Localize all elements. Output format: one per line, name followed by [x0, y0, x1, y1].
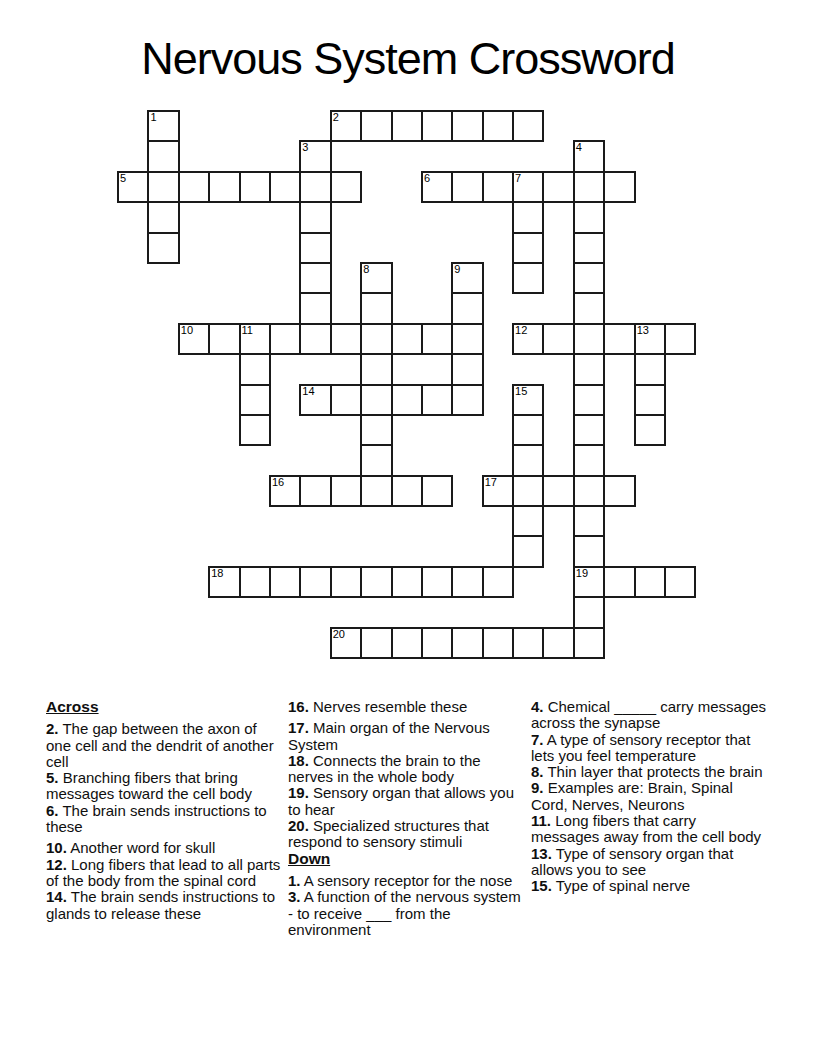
- grid-cell-r15c5[interactable]: [270, 567, 300, 597]
- grid-cell-r0c12[interactable]: [483, 111, 513, 141]
- grid-cell-r2c2[interactable]: [179, 172, 209, 202]
- grid-cell-r2c7[interactable]: [331, 172, 361, 202]
- clue-across-5-text: Branching fibers that bring messages tow…: [46, 769, 252, 802]
- clue-across-20-number: 20.: [288, 817, 309, 834]
- grid-cell-r7c3[interactable]: [209, 324, 239, 354]
- grid-cell-r2c13[interactable]: 7: [513, 172, 543, 202]
- clue-down-9-text: Examples are: Brain, Spinal Cord, Nerves…: [531, 779, 733, 812]
- grid-cell-r4c15[interactable]: [574, 233, 604, 263]
- grid-cell-r12c9[interactable]: [392, 476, 422, 506]
- grid-cell-r0c1[interactable]: 1: [148, 111, 178, 141]
- clue-down-3: 3. A function of the nervous system - to…: [288, 889, 524, 938]
- grid-cell-r1c15[interactable]: 4: [574, 141, 604, 171]
- clue-across-5-number: 5.: [46, 769, 59, 786]
- clue-down-11: 11. Long fibers that carry messages away…: [531, 813, 767, 846]
- grid-cell-r2c4[interactable]: [240, 172, 270, 202]
- grid-cell-r1c6[interactable]: 3: [300, 141, 330, 171]
- clue-number-5: 5: [120, 172, 126, 184]
- clue-across-6-text: The brain sends instructions to these: [46, 802, 267, 835]
- grid-cell-r0c7[interactable]: 2: [331, 111, 361, 141]
- clue-number-20: 20: [333, 628, 345, 640]
- clue-down-13-number: 13.: [531, 845, 552, 862]
- grid-cell-r15c9[interactable]: [392, 567, 422, 597]
- grid-cell-r10c8[interactable]: [361, 415, 391, 445]
- clue-down-15-text: Type of spinal nerve: [552, 877, 690, 894]
- grid-cell-r15c4[interactable]: [240, 567, 270, 597]
- grid-cell-r15c8[interactable]: [361, 567, 391, 597]
- grid-cell-r9c4[interactable]: [240, 385, 270, 415]
- grid-cell-r2c10[interactable]: 6: [422, 172, 452, 202]
- grid-cell-r7c16[interactable]: [604, 324, 634, 354]
- grid-cell-r7c15[interactable]: [574, 324, 604, 354]
- clue-across-12-number: 12.: [46, 856, 67, 873]
- grid-cell-r10c4[interactable]: [240, 415, 270, 445]
- grid-cell-r7c10[interactable]: [422, 324, 452, 354]
- clue-number-1: 1: [150, 111, 156, 123]
- grid-cell-r6c8[interactable]: [361, 293, 391, 323]
- clue-number-14: 14: [302, 385, 314, 397]
- grid-cell-r0c8[interactable]: [361, 111, 391, 141]
- grid-cell-r15c18[interactable]: [665, 567, 695, 597]
- grid-cell-r2c1[interactable]: [148, 172, 178, 202]
- clues-column-1: Across2. The gap between the axon of one…: [46, 699, 282, 922]
- grid-cell-r9c13[interactable]: 15: [513, 385, 543, 415]
- clue-across-18-number: 18.: [288, 752, 309, 769]
- clue-across-6: 6. The brain sends instructions to these: [46, 803, 282, 836]
- clue-across-14-text: The brain sends instructions to glands t…: [46, 888, 275, 921]
- clue-down-13-text: Type of sensory organ that allows you to…: [531, 845, 733, 878]
- grid-cell-r2c5[interactable]: [270, 172, 300, 202]
- clue-across-14: 14. The brain sends instructions to glan…: [46, 889, 282, 922]
- clue-across-19-text: Sensory organ that allows you to hear: [288, 784, 514, 817]
- grid-cell-r2c6[interactable]: [300, 172, 330, 202]
- grid-cell-r2c12[interactable]: [483, 172, 513, 202]
- grid-cell-r2c3[interactable]: [209, 172, 239, 202]
- grid-cell-r17c7[interactable]: 20: [331, 628, 361, 658]
- worksheet-page: Nervous System Crossword 123456789101112…: [0, 0, 816, 1056]
- clue-down-11-number: 11.: [531, 812, 551, 829]
- grid-cell-r9c10[interactable]: [422, 385, 452, 415]
- grid-cell-r8c15[interactable]: [574, 354, 604, 384]
- grid-cell-r17c9[interactable]: [392, 628, 422, 658]
- grid-cell-r9c11[interactable]: [452, 385, 482, 415]
- grid-cell-r8c17[interactable]: [635, 354, 665, 384]
- grid-cell-r17c8[interactable]: [361, 628, 391, 658]
- across-header: Across: [46, 699, 282, 715]
- grid-cell-r16c15[interactable]: [574, 597, 604, 627]
- grid-cell-r12c15[interactable]: [574, 476, 604, 506]
- clue-down-3-text: A function of the nervous system - to re…: [288, 888, 521, 938]
- grid-cell-r3c1[interactable]: [148, 202, 178, 232]
- clue-down-7: 7. A type of sensory receptor that lets …: [531, 732, 767, 765]
- grid-cell-r6c6[interactable]: [300, 293, 330, 323]
- grid-cell-r17c13[interactable]: [513, 628, 543, 658]
- clue-down-4-text: Chemical _____ carry messages across the…: [531, 698, 766, 731]
- clue-number-18: 18: [211, 567, 223, 579]
- clue-number-10: 10: [181, 324, 193, 336]
- clue-across-12: 12. Long fibers that lead to all parts o…: [46, 857, 282, 890]
- clue-number-6: 6: [424, 172, 430, 184]
- clues-column-2: 16. Nerves resemble these17. Main organ …: [288, 699, 524, 938]
- clue-number-9: 9: [454, 263, 460, 275]
- grid-cell-r12c13[interactable]: [513, 476, 543, 506]
- clue-across-20: 20. Specialized structures that respond …: [288, 818, 524, 851]
- grid-cell-r15c11[interactable]: [452, 567, 482, 597]
- grid-cell-r10c15[interactable]: [574, 415, 604, 445]
- clue-number-3: 3: [302, 141, 308, 153]
- grid-cell-r13c15[interactable]: [574, 506, 604, 536]
- down-header: Down: [288, 851, 524, 867]
- grid-cell-r4c6[interactable]: [300, 233, 330, 263]
- grid-cell-r17c14[interactable]: [543, 628, 573, 658]
- grid-cell-r12c5[interactable]: 16: [270, 476, 300, 506]
- grid-cell-r6c11[interactable]: [452, 293, 482, 323]
- clue-number-13: 13: [637, 324, 649, 336]
- grid-cell-r9c9[interactable]: [392, 385, 422, 415]
- grid-cell-r15c7[interactable]: [331, 567, 361, 597]
- grid-cell-r17c10[interactable]: [422, 628, 452, 658]
- grid-cell-r11c8[interactable]: [361, 445, 391, 475]
- clue-number-19: 19: [576, 567, 588, 579]
- clue-across-18-text: Connects the brain to the nerves in the …: [288, 752, 481, 785]
- grid-cell-r12c7[interactable]: [331, 476, 361, 506]
- grid-cell-r12c16[interactable]: [604, 476, 634, 506]
- grid-cell-r12c10[interactable]: [422, 476, 452, 506]
- grid-cell-r15c12[interactable]: [483, 567, 513, 597]
- clue-across-17-text: Main organ of the Nervous System: [288, 719, 490, 752]
- grid-cell-r14c13[interactable]: [513, 536, 543, 566]
- clue-across-10-text: Another word for skull: [67, 839, 215, 856]
- grid-cell-r0c13[interactable]: [513, 111, 543, 141]
- grid-cell-r8c8[interactable]: [361, 354, 391, 384]
- grid-cell-r12c8[interactable]: [361, 476, 391, 506]
- clue-number-15: 15: [515, 385, 527, 397]
- grid-cell-r1c1[interactable]: [148, 141, 178, 171]
- clue-down-1-text: A sensory receptor for the nose: [301, 872, 513, 889]
- grid-cell-r2c14[interactable]: [543, 172, 573, 202]
- clue-across-10: 10. Another word for skull: [46, 840, 282, 856]
- clue-across-19-number: 19.: [288, 784, 309, 801]
- grid-cell-r3c13[interactable]: [513, 202, 543, 232]
- grid-cell-r12c14[interactable]: [543, 476, 573, 506]
- grid-cell-r8c11[interactable]: [452, 354, 482, 384]
- grid-cell-r10c17[interactable]: [635, 415, 665, 445]
- clue-down-13: 13. Type of sensory organ that allows yo…: [531, 846, 767, 879]
- grid-cell-r5c6[interactable]: [300, 263, 330, 293]
- grid-cell-r7c8[interactable]: [361, 324, 391, 354]
- grid-cell-r7c14[interactable]: [543, 324, 573, 354]
- grid-cell-r4c1[interactable]: [148, 233, 178, 263]
- clue-down-9-number: 9.: [531, 779, 544, 796]
- grid-cell-r0c10[interactable]: [422, 111, 452, 141]
- grid-cell-r2c0[interactable]: 5: [118, 172, 148, 202]
- grid-cell-r0c11[interactable]: [452, 111, 482, 141]
- grid-cell-r9c8[interactable]: [361, 385, 391, 415]
- grid-cell-r9c17[interactable]: [635, 385, 665, 415]
- grid-cell-r15c17[interactable]: [635, 567, 665, 597]
- grid-cell-r17c12[interactable]: [483, 628, 513, 658]
- clue-number-8: 8: [363, 263, 369, 275]
- grid-cell-r5c15[interactable]: [574, 263, 604, 293]
- grid-cell-r2c16[interactable]: [604, 172, 634, 202]
- clue-across-16-text: Nerves resemble these: [309, 698, 467, 715]
- grid-cell-r0c9[interactable]: [392, 111, 422, 141]
- grid-cell-r4c13[interactable]: [513, 233, 543, 263]
- clue-down-3-number: 3.: [288, 888, 301, 905]
- grid-cell-r17c15[interactable]: [574, 628, 604, 658]
- clue-number-2: 2: [333, 111, 339, 123]
- grid-cell-r7c18[interactable]: [665, 324, 695, 354]
- grid-cell-r5c11[interactable]: 9: [452, 263, 482, 293]
- grid-cell-r5c8[interactable]: 8: [361, 263, 391, 293]
- grid-cell-r15c10[interactable]: [422, 567, 452, 597]
- grid-cell-r9c15[interactable]: [574, 385, 604, 415]
- grid-cell-r7c4[interactable]: 11: [240, 324, 270, 354]
- grid-cell-r11c13[interactable]: [513, 445, 543, 475]
- clue-across-14-number: 14.: [46, 888, 67, 905]
- grid-cell-r7c13[interactable]: 12: [513, 324, 543, 354]
- clue-down-11-text: Long fibers that carry messages away fro…: [531, 812, 761, 845]
- clue-number-7: 7: [515, 172, 521, 184]
- clue-across-20-text: Specialized structures that respond to s…: [288, 817, 489, 850]
- grid-cell-r2c15[interactable]: [574, 172, 604, 202]
- clue-across-17: 17. Main organ of the Nervous System: [288, 720, 524, 753]
- grid-cell-r17c11[interactable]: [452, 628, 482, 658]
- clue-across-16-number: 16.: [288, 698, 309, 715]
- clues-column-3: 4. Chemical _____ carry messages across …: [531, 699, 767, 895]
- grid-cell-r12c12[interactable]: 17: [483, 476, 513, 506]
- grid-cell-r9c7[interactable]: [331, 385, 361, 415]
- grid-cell-r10c13[interactable]: [513, 415, 543, 445]
- page-title: Nervous System Crossword: [0, 33, 816, 85]
- clue-number-11: 11: [242, 324, 253, 336]
- clue-across-17-number: 17.: [288, 719, 309, 736]
- grid-cell-r3c15[interactable]: [574, 202, 604, 232]
- clue-across-2-text: The gap between the axon of one cell and…: [46, 720, 274, 770]
- clue-across-5: 5. Branching fibers that bring messages …: [46, 770, 282, 803]
- grid-cell-r15c6[interactable]: [300, 567, 330, 597]
- clue-number-12: 12: [515, 324, 527, 336]
- clue-down-9: 9. Examples are: Brain, Spinal Cord, Ner…: [531, 780, 767, 813]
- clue-across-6-number: 6.: [46, 802, 59, 819]
- grid-cell-r3c6[interactable]: [300, 202, 330, 232]
- clue-across-10-number: 10.: [46, 839, 67, 856]
- clue-down-4: 4. Chemical _____ carry messages across …: [531, 699, 767, 732]
- clue-across-18: 18. Connects the brain to the nerves in …: [288, 753, 524, 786]
- clue-down-7-number: 7.: [531, 731, 544, 748]
- clue-across-19: 19. Sensory organ that allows you to hea…: [288, 785, 524, 818]
- grid-cell-r12c6[interactable]: [300, 476, 330, 506]
- clue-number-16: 16: [272, 476, 284, 488]
- clue-across-16: 16. Nerves resemble these: [288, 699, 524, 715]
- grid-cell-r5c13[interactable]: [513, 263, 543, 293]
- clue-down-8-number: 8.: [531, 763, 544, 780]
- clue-down-15: 15. Type of spinal nerve: [531, 878, 767, 894]
- clue-across-2-number: 2.: [46, 720, 59, 737]
- clue-down-1-number: 1.: [288, 872, 301, 889]
- grid-cell-r15c16[interactable]: [604, 567, 634, 597]
- grid-cell-r6c15[interactable]: [574, 293, 604, 323]
- grid-cell-r7c7[interactable]: [331, 324, 361, 354]
- clue-number-4: 4: [576, 141, 582, 153]
- clue-down-1: 1. A sensory receptor for the nose: [288, 873, 524, 889]
- clue-number-17: 17: [485, 476, 497, 488]
- crossword-grid: 1234567891011121314151617181920: [118, 111, 695, 658]
- grid-cell-r7c9[interactable]: [392, 324, 422, 354]
- clue-down-15-number: 15.: [531, 877, 552, 894]
- clue-across-12-text: Long fibers that lead to all parts of th…: [46, 856, 280, 889]
- clue-down-8-text: Thin layer that protects the brain: [544, 763, 763, 780]
- grid-cell-r7c17[interactable]: 13: [635, 324, 665, 354]
- grid-cell-r15c3[interactable]: 18: [209, 567, 239, 597]
- grid-cell-r8c4[interactable]: [240, 354, 270, 384]
- grid-cell-r13c13[interactable]: [513, 506, 543, 536]
- grid-cell-r7c6[interactable]: [300, 324, 330, 354]
- clue-across-2: 2. The gap between the axon of one cell …: [46, 721, 282, 770]
- grid-cell-r15c15[interactable]: 19: [574, 567, 604, 597]
- grid-cell-r11c15[interactable]: [574, 445, 604, 475]
- clue-down-7-text: A type of sensory receptor that lets you…: [531, 731, 750, 764]
- grid-cell-r7c2[interactable]: 10: [179, 324, 209, 354]
- grid-cell-r2c11[interactable]: [452, 172, 482, 202]
- clue-down-4-number: 4.: [531, 698, 544, 715]
- grid-cell-r7c11[interactable]: [452, 324, 482, 354]
- grid-cell-r14c15[interactable]: [574, 536, 604, 566]
- clue-down-8: 8. Thin layer that protects the brain: [531, 764, 767, 780]
- grid-cell-r9c6[interactable]: 14: [300, 385, 330, 415]
- grid-cell-r7c5[interactable]: [270, 324, 300, 354]
